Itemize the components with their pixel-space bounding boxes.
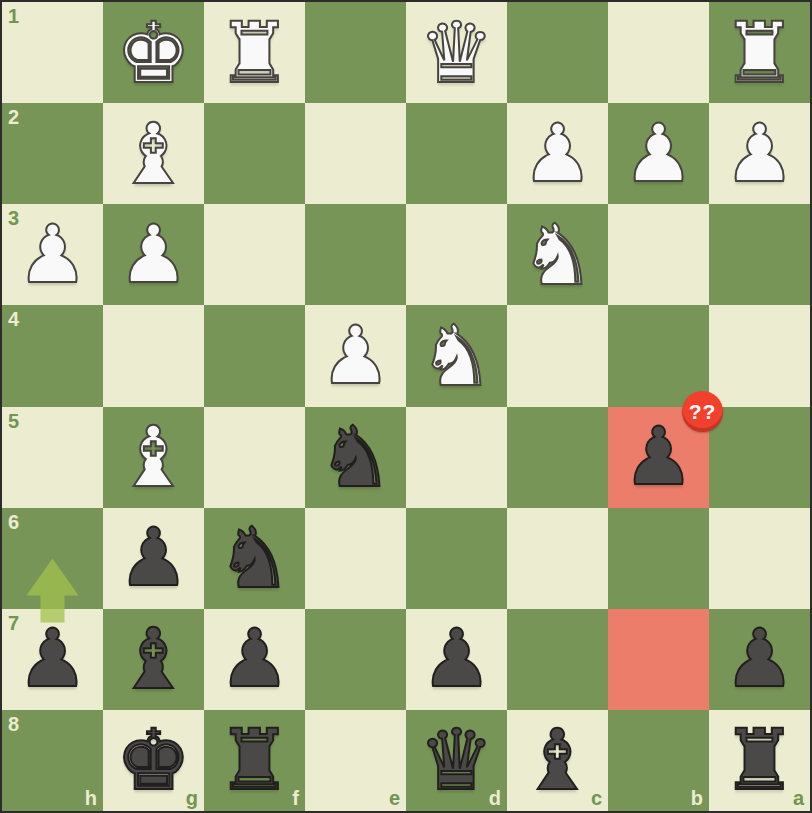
square-f8[interactable]: f♜ xyxy=(204,710,305,811)
square-f3[interactable] xyxy=(204,204,305,305)
square-b1[interactable] xyxy=(608,2,709,103)
chess-board-stage: 1♚♜♛♜2♝♟♟♟3♟♟♞4♟♞5♝♞♟6♟♞7♟♝♟♟♟8hg♚f♜ed♛c… xyxy=(0,0,812,813)
square-d5[interactable] xyxy=(406,407,507,508)
file-label-f: f xyxy=(292,788,299,808)
square-g1[interactable]: ♚ xyxy=(103,2,204,103)
square-b6[interactable] xyxy=(608,508,709,609)
square-d6[interactable] xyxy=(406,508,507,609)
square-a5[interactable] xyxy=(709,407,810,508)
square-g2[interactable]: ♝ xyxy=(103,103,204,204)
square-b2[interactable]: ♟ xyxy=(608,103,709,204)
piece-black-pawn[interactable]: ♟ xyxy=(724,619,796,699)
piece-black-bishop[interactable]: ♝ xyxy=(520,718,595,802)
piece-black-pawn[interactable]: ♟ xyxy=(17,619,89,699)
square-e7[interactable] xyxy=(305,609,406,710)
piece-white-pawn[interactable]: ♟ xyxy=(320,316,392,396)
piece-black-king[interactable]: ♚ xyxy=(116,718,191,802)
square-e3[interactable] xyxy=(305,204,406,305)
square-a2[interactable]: ♟ xyxy=(709,103,810,204)
piece-white-pawn[interactable]: ♟ xyxy=(623,114,695,194)
rank-label-8: 8 xyxy=(8,714,19,734)
square-c8[interactable]: c♝ xyxy=(507,710,608,811)
square-b3[interactable] xyxy=(608,204,709,305)
piece-white-rook[interactable]: ♜ xyxy=(722,11,797,95)
square-e6[interactable] xyxy=(305,508,406,609)
square-h4[interactable]: 4 xyxy=(2,305,103,406)
square-e2[interactable] xyxy=(305,103,406,204)
square-a1[interactable]: ♜ xyxy=(709,2,810,103)
square-a4[interactable] xyxy=(709,305,810,406)
piece-white-pawn[interactable]: ♟ xyxy=(118,215,190,295)
square-g7[interactable]: ♝ xyxy=(103,609,204,710)
square-c7[interactable] xyxy=(507,609,608,710)
square-g4[interactable] xyxy=(103,305,204,406)
square-f2[interactable] xyxy=(204,103,305,204)
blunder-badge-label: ?? xyxy=(689,400,717,424)
square-a7[interactable]: ♟ xyxy=(709,609,810,710)
file-label-e: e xyxy=(389,788,400,808)
square-g8[interactable]: g♚ xyxy=(103,710,204,811)
piece-white-knight[interactable]: ♞ xyxy=(520,213,595,297)
rank-label-5: 5 xyxy=(8,411,19,431)
square-c6[interactable] xyxy=(507,508,608,609)
piece-white-bishop[interactable]: ♝ xyxy=(116,415,191,499)
square-d2[interactable] xyxy=(406,103,507,204)
blunder-badge: ?? xyxy=(682,391,723,432)
piece-black-rook[interactable]: ♜ xyxy=(217,718,292,802)
square-g5[interactable]: ♝ xyxy=(103,407,204,508)
rank-label-3: 3 xyxy=(8,208,19,228)
square-e4[interactable]: ♟ xyxy=(305,305,406,406)
piece-black-knight[interactable]: ♞ xyxy=(318,415,393,499)
square-h3[interactable]: 3♟ xyxy=(2,204,103,305)
piece-white-rook[interactable]: ♜ xyxy=(217,11,292,95)
square-d3[interactable] xyxy=(406,204,507,305)
piece-black-pawn[interactable]: ♟ xyxy=(118,518,190,598)
square-h6[interactable]: 6 xyxy=(2,508,103,609)
square-h7[interactable]: 7♟ xyxy=(2,609,103,710)
square-a8[interactable]: a♜ xyxy=(709,710,810,811)
square-e5[interactable]: ♞ xyxy=(305,407,406,508)
rank-label-2: 2 xyxy=(8,107,19,127)
square-h2[interactable]: 2 xyxy=(2,103,103,204)
square-b7[interactable] xyxy=(608,609,709,710)
piece-black-queen[interactable]: ♛ xyxy=(419,718,494,802)
square-f4[interactable] xyxy=(204,305,305,406)
file-label-c: c xyxy=(591,788,602,808)
piece-black-bishop[interactable]: ♝ xyxy=(116,617,191,701)
square-b8[interactable]: b xyxy=(608,710,709,811)
file-label-d: d xyxy=(489,788,501,808)
square-c5[interactable] xyxy=(507,407,608,508)
piece-black-pawn[interactable]: ♟ xyxy=(623,417,695,497)
piece-white-knight[interactable]: ♞ xyxy=(419,314,494,398)
square-d7[interactable]: ♟ xyxy=(406,609,507,710)
square-d8[interactable]: d♛ xyxy=(406,710,507,811)
square-f1[interactable]: ♜ xyxy=(204,2,305,103)
square-h1[interactable]: 1 xyxy=(2,2,103,103)
rank-label-4: 4 xyxy=(8,309,19,329)
piece-white-pawn[interactable]: ♟ xyxy=(724,114,796,194)
square-c3[interactable]: ♞ xyxy=(507,204,608,305)
square-d1[interactable]: ♛ xyxy=(406,2,507,103)
square-d4[interactable]: ♞ xyxy=(406,305,507,406)
square-g3[interactable]: ♟ xyxy=(103,204,204,305)
square-h8[interactable]: 8h xyxy=(2,710,103,811)
square-e1[interactable] xyxy=(305,2,406,103)
file-label-h: h xyxy=(85,788,97,808)
square-e8[interactable]: e xyxy=(305,710,406,811)
piece-black-pawn[interactable]: ♟ xyxy=(219,619,291,699)
piece-white-bishop[interactable]: ♝ xyxy=(116,112,191,196)
square-f5[interactable] xyxy=(204,407,305,508)
rank-label-6: 6 xyxy=(8,512,19,532)
piece-white-king[interactable]: ♚ xyxy=(116,11,191,95)
piece-black-pawn[interactable]: ♟ xyxy=(421,619,493,699)
rank-label-1: 1 xyxy=(8,6,19,26)
file-label-g: g xyxy=(186,788,198,808)
file-label-b: b xyxy=(691,788,703,808)
square-f7[interactable]: ♟ xyxy=(204,609,305,710)
piece-black-rook[interactable]: ♜ xyxy=(722,718,797,802)
rank-label-7: 7 xyxy=(8,613,19,633)
square-g6[interactable]: ♟ xyxy=(103,508,204,609)
file-label-a: a xyxy=(793,788,804,808)
square-h5[interactable]: 5 xyxy=(2,407,103,508)
piece-white-queen[interactable]: ♛ xyxy=(419,11,494,95)
square-a6[interactable] xyxy=(709,508,810,609)
piece-white-pawn[interactable]: ♟ xyxy=(17,215,89,295)
piece-white-pawn[interactable]: ♟ xyxy=(522,114,594,194)
square-b4[interactable] xyxy=(608,305,709,406)
square-c4[interactable] xyxy=(507,305,608,406)
square-c2[interactable]: ♟ xyxy=(507,103,608,204)
square-a3[interactable] xyxy=(709,204,810,305)
square-c1[interactable] xyxy=(507,2,608,103)
piece-black-knight[interactable]: ♞ xyxy=(217,516,292,600)
square-f6[interactable]: ♞ xyxy=(204,508,305,609)
